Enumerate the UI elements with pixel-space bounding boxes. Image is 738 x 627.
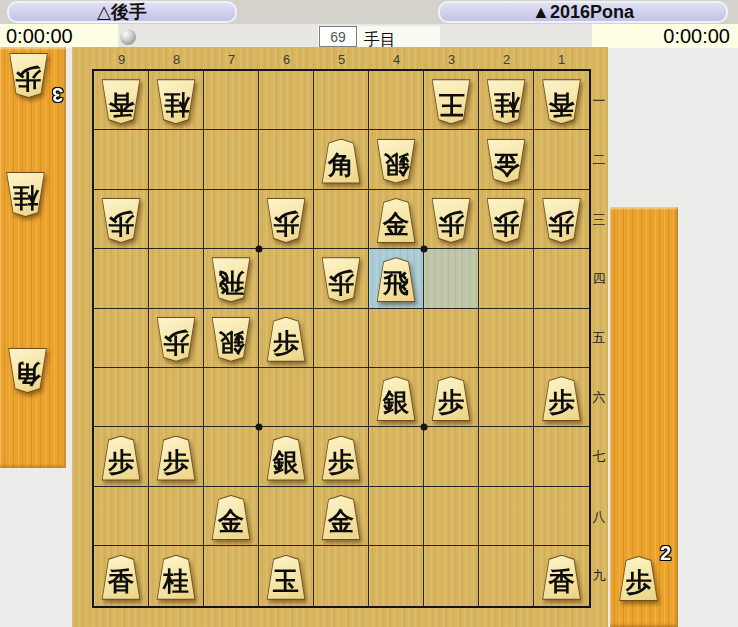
file-label-1: 1 bbox=[547, 52, 577, 67]
square-92[interactable] bbox=[94, 130, 149, 189]
square-33[interactable]: 歩 bbox=[424, 190, 479, 249]
piece-22-gote[interactable]: 金 bbox=[486, 139, 527, 184]
square-35[interactable] bbox=[424, 309, 479, 368]
square-73[interactable] bbox=[204, 190, 259, 249]
piece-81-gote[interactable]: 桂 bbox=[156, 79, 197, 124]
square-52[interactable]: 角 bbox=[314, 130, 369, 189]
square-59[interactable] bbox=[314, 546, 369, 605]
rank-label-8: 八 bbox=[591, 508, 607, 526]
square-93[interactable]: 歩 bbox=[94, 190, 149, 249]
sente-hand-piece-1[interactable]: 歩 bbox=[618, 556, 659, 601]
square-64[interactable] bbox=[259, 249, 314, 308]
square-55[interactable] bbox=[314, 309, 369, 368]
piece-85-gote[interactable]: 歩 bbox=[156, 317, 197, 362]
sente-hand-count: 2 bbox=[660, 542, 671, 565]
gote-hand-1: 歩3 bbox=[8, 53, 74, 113]
square-67[interactable]: 銀 bbox=[259, 427, 314, 486]
square-71[interactable] bbox=[204, 71, 259, 130]
square-98[interactable] bbox=[94, 487, 149, 546]
square-14[interactable] bbox=[534, 249, 589, 308]
square-69[interactable]: 玉 bbox=[259, 546, 314, 605]
piece-33-gote[interactable]: 歩 bbox=[431, 198, 472, 243]
square-83[interactable] bbox=[149, 190, 204, 249]
square-13[interactable]: 歩 bbox=[534, 190, 589, 249]
square-46[interactable]: 銀 bbox=[369, 368, 424, 427]
rank-label-2: 二 bbox=[591, 151, 607, 169]
gote-hand-count: 3 bbox=[52, 83, 63, 106]
file-label-6: 6 bbox=[272, 52, 302, 67]
square-19[interactable]: 香 bbox=[534, 546, 589, 605]
square-81[interactable]: 桂 bbox=[149, 71, 204, 130]
square-68[interactable] bbox=[259, 487, 314, 546]
star-point-icon bbox=[256, 246, 263, 253]
square-41[interactable] bbox=[369, 71, 424, 130]
rank-label-5: 五 bbox=[591, 329, 607, 347]
square-18[interactable] bbox=[534, 487, 589, 546]
star-point-icon bbox=[421, 246, 428, 253]
square-82[interactable] bbox=[149, 130, 204, 189]
piece-43-sente[interactable]: 金 bbox=[376, 198, 417, 243]
piece-67-sente[interactable]: 銀 bbox=[266, 436, 307, 481]
square-32[interactable] bbox=[424, 130, 479, 189]
gote-clock: 0:00:00 bbox=[0, 24, 118, 48]
square-48[interactable] bbox=[369, 487, 424, 546]
piece-93-gote[interactable]: 歩 bbox=[101, 198, 142, 243]
square-53[interactable] bbox=[314, 190, 369, 249]
square-62[interactable] bbox=[259, 130, 314, 189]
piece-16-sente[interactable]: 歩 bbox=[541, 376, 582, 421]
piece-13-gote[interactable]: 歩 bbox=[541, 198, 582, 243]
square-36[interactable]: 歩 bbox=[424, 368, 479, 427]
piece-31-gote[interactable]: 王 bbox=[431, 79, 472, 124]
square-44[interactable]: 飛 bbox=[369, 249, 424, 308]
square-58[interactable]: 金 bbox=[314, 487, 369, 546]
square-27[interactable] bbox=[479, 427, 534, 486]
square-65[interactable]: 歩 bbox=[259, 309, 314, 368]
sente-clock: 0:00:00 bbox=[592, 24, 738, 48]
square-49[interactable] bbox=[369, 546, 424, 605]
file-label-7: 7 bbox=[217, 52, 247, 67]
square-75[interactable]: 銀 bbox=[204, 309, 259, 368]
piece-57-sente[interactable]: 歩 bbox=[321, 436, 362, 481]
square-97[interactable]: 歩 bbox=[94, 427, 149, 486]
square-57[interactable]: 歩 bbox=[314, 427, 369, 486]
piece-42-gote[interactable]: 銀 bbox=[376, 139, 417, 184]
star-point-icon bbox=[256, 424, 263, 431]
gote-hand-3: 角 bbox=[7, 348, 73, 408]
piece-97-sente[interactable]: 歩 bbox=[101, 436, 142, 481]
square-61[interactable] bbox=[259, 71, 314, 130]
square-86[interactable] bbox=[149, 368, 204, 427]
square-74[interactable]: 飛 bbox=[204, 249, 259, 308]
sente-hand-1: 歩2 bbox=[618, 556, 684, 616]
square-43[interactable]: 金 bbox=[369, 190, 424, 249]
piece-99-sente[interactable]: 香 bbox=[101, 555, 142, 600]
piece-23-gote[interactable]: 歩 bbox=[486, 198, 527, 243]
file-label-4: 4 bbox=[382, 52, 412, 67]
square-54[interactable]: 歩 bbox=[314, 249, 369, 308]
piece-89-sente[interactable]: 桂 bbox=[156, 555, 197, 600]
piece-87-sente[interactable]: 歩 bbox=[156, 436, 197, 481]
piece-65-sente[interactable]: 歩 bbox=[266, 317, 307, 362]
square-26[interactable] bbox=[479, 368, 534, 427]
piece-36-sente[interactable]: 歩 bbox=[431, 376, 472, 421]
piece-91-gote[interactable]: 香 bbox=[101, 79, 142, 124]
square-16[interactable]: 歩 bbox=[534, 368, 589, 427]
square-95[interactable] bbox=[94, 309, 149, 368]
square-24[interactable] bbox=[479, 249, 534, 308]
piece-46-sente[interactable]: 銀 bbox=[376, 376, 417, 421]
file-label-5: 5 bbox=[327, 52, 357, 67]
gote-hand-2: 桂 bbox=[5, 172, 71, 232]
square-11[interactable]: 香 bbox=[534, 71, 589, 130]
square-76[interactable] bbox=[204, 368, 259, 427]
rank-label-7: 七 bbox=[591, 448, 607, 466]
shogi-app-window: △後手 ▲2016Pona 0:00:00 0:00:00 69 手目 香桂王桂… bbox=[0, 0, 738, 627]
square-66[interactable] bbox=[259, 368, 314, 427]
piece-11-gote[interactable]: 香 bbox=[541, 79, 582, 124]
square-12[interactable] bbox=[534, 130, 589, 189]
file-label-8: 8 bbox=[162, 52, 192, 67]
piece-58-sente[interactable]: 金 bbox=[321, 495, 362, 540]
file-label-2: 2 bbox=[492, 52, 522, 67]
gote-player-button[interactable]: △後手 bbox=[7, 1, 237, 23]
square-15[interactable] bbox=[534, 309, 589, 368]
square-77[interactable] bbox=[204, 427, 259, 486]
square-72[interactable] bbox=[204, 130, 259, 189]
piece-75-gote[interactable]: 銀 bbox=[211, 317, 252, 362]
piece-52-sente[interactable]: 角 bbox=[321, 139, 362, 184]
square-89[interactable]: 桂 bbox=[149, 546, 204, 605]
gote-hand-piece-1[interactable]: 歩 bbox=[8, 53, 49, 98]
piece-21-gote[interactable]: 桂 bbox=[486, 79, 527, 124]
square-45[interactable] bbox=[369, 309, 424, 368]
square-51[interactable] bbox=[314, 71, 369, 130]
square-87[interactable]: 歩 bbox=[149, 427, 204, 486]
square-21[interactable]: 桂 bbox=[479, 71, 534, 130]
piece-63-gote[interactable]: 歩 bbox=[266, 198, 307, 243]
square-34[interactable] bbox=[424, 249, 479, 308]
square-91[interactable]: 香 bbox=[94, 71, 149, 130]
square-22[interactable]: 金 bbox=[479, 130, 534, 189]
shogi-board-grid: 香桂王桂香角銀金歩歩金歩歩歩飛歩飛歩銀歩銀歩歩歩歩銀歩金金香桂玉香 bbox=[92, 69, 591, 608]
square-23[interactable]: 歩 bbox=[479, 190, 534, 249]
square-85[interactable]: 歩 bbox=[149, 309, 204, 368]
piece-54-gote[interactable]: 歩 bbox=[321, 257, 362, 302]
square-31[interactable]: 王 bbox=[424, 71, 479, 130]
square-42[interactable]: 銀 bbox=[369, 130, 424, 189]
square-84[interactable] bbox=[149, 249, 204, 308]
turn-indicator-orb-icon bbox=[120, 29, 136, 45]
square-17[interactable] bbox=[534, 427, 589, 486]
file-label-9: 9 bbox=[107, 52, 137, 67]
sente-player-button[interactable]: ▲2016Pona bbox=[438, 1, 728, 23]
square-29[interactable] bbox=[479, 546, 534, 605]
rank-label-1: 一 bbox=[591, 92, 607, 110]
square-56[interactable] bbox=[314, 368, 369, 427]
square-63[interactable]: 歩 bbox=[259, 190, 314, 249]
square-47[interactable] bbox=[369, 427, 424, 486]
piece-69-sente[interactable]: 玉 bbox=[266, 555, 307, 600]
square-25[interactable] bbox=[479, 309, 534, 368]
piece-44-sente[interactable]: 飛 bbox=[376, 257, 417, 302]
piece-74-gote[interactable]: 飛 bbox=[211, 257, 252, 302]
square-39[interactable] bbox=[424, 546, 479, 605]
move-number-input[interactable]: 69 bbox=[319, 26, 357, 47]
star-point-icon bbox=[421, 424, 428, 431]
square-37[interactable] bbox=[424, 427, 479, 486]
square-99[interactable]: 香 bbox=[94, 546, 149, 605]
rank-label-9: 九 bbox=[591, 567, 607, 585]
rank-label-6: 六 bbox=[591, 389, 607, 407]
rank-label-3: 三 bbox=[591, 211, 607, 229]
square-94[interactable] bbox=[94, 249, 149, 308]
square-79[interactable] bbox=[204, 546, 259, 605]
piece-78-sente[interactable]: 金 bbox=[211, 495, 252, 540]
square-88[interactable] bbox=[149, 487, 204, 546]
piece-19-sente[interactable]: 香 bbox=[541, 555, 582, 600]
square-38[interactable] bbox=[424, 487, 479, 546]
rank-label-4: 四 bbox=[591, 270, 607, 288]
square-96[interactable] bbox=[94, 368, 149, 427]
gote-hand-piece-3[interactable]: 角 bbox=[7, 348, 48, 393]
square-28[interactable] bbox=[479, 487, 534, 546]
square-78[interactable]: 金 bbox=[204, 487, 259, 546]
gote-hand-piece-2[interactable]: 桂 bbox=[5, 172, 46, 217]
file-label-3: 3 bbox=[437, 52, 467, 67]
